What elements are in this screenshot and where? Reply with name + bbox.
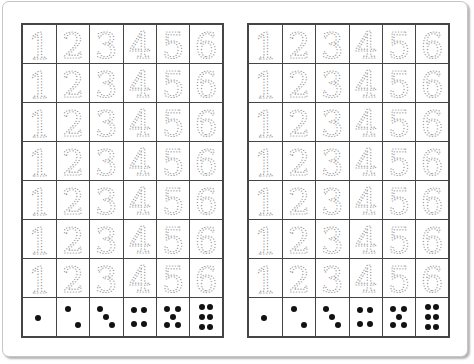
dotted-digit-2: 2 (283, 25, 315, 63)
trace-cell-1: 1 (249, 64, 282, 102)
trace-row: 123456 (249, 180, 448, 219)
svg-text:1: 1 (28, 26, 51, 64)
trace-row: 123456 (23, 25, 222, 63)
svg-text:3: 3 (321, 259, 343, 297)
dotted-digit-5: 5 (157, 142, 189, 180)
svg-text:2: 2 (288, 142, 310, 180)
trace-cell-4: 4 (123, 259, 156, 297)
trace-cell-3: 3 (315, 64, 348, 102)
trace-cell-5: 5 (156, 220, 189, 258)
svg-text:1: 1 (254, 260, 277, 298)
trace-cell-1: 1 (23, 142, 56, 180)
dotted-digit-3: 3 (90, 103, 122, 141)
trace-cell-5: 5 (382, 103, 415, 141)
trace-cell-5: 5 (156, 25, 189, 63)
svg-text:3: 3 (95, 220, 117, 258)
svg-text:4: 4 (354, 220, 376, 258)
svg-text:4: 4 (354, 103, 376, 141)
trace-cell-6: 6 (415, 259, 448, 297)
svg-text:4: 4 (128, 259, 150, 297)
svg-text:3: 3 (95, 142, 117, 180)
trace-cell-5: 5 (382, 181, 415, 219)
svg-text:5: 5 (388, 220, 410, 258)
dice-cell-3 (89, 298, 122, 336)
trace-cell-5: 5 (382, 220, 415, 258)
die-dot (357, 321, 363, 327)
die-dot (97, 306, 103, 312)
trace-cell-1: 1 (249, 220, 282, 258)
trace-cell-5: 5 (382, 142, 415, 180)
trace-cell-1: 1 (23, 181, 56, 219)
svg-text:4: 4 (128, 64, 150, 102)
trace-row: 123456 (23, 219, 222, 258)
dotted-digit-1: 1 (23, 259, 56, 297)
dotted-digit-4: 4 (124, 259, 156, 297)
die-dot (433, 304, 439, 310)
trace-cell-2: 2 (282, 103, 315, 141)
trace-cell-4: 4 (349, 103, 382, 141)
trace-row: 123456 (249, 102, 448, 141)
die-dot (75, 322, 81, 328)
svg-text:2: 2 (62, 259, 84, 297)
trace-cell-4: 4 (349, 25, 382, 63)
dotted-digit-2: 2 (283, 64, 315, 102)
svg-text:4: 4 (354, 142, 376, 180)
svg-text:2: 2 (62, 142, 84, 180)
svg-text:6: 6 (195, 220, 217, 258)
trace-cell-4: 4 (349, 220, 382, 258)
svg-text:5: 5 (162, 25, 184, 63)
dotted-digit-3: 3 (90, 220, 122, 258)
trace-row: 123456 (23, 141, 222, 180)
svg-text:2: 2 (288, 103, 310, 141)
trace-cell-4: 4 (123, 64, 156, 102)
dotted-digit-4: 4 (124, 64, 156, 102)
dotted-digit-1: 1 (249, 25, 282, 63)
svg-text:2: 2 (62, 64, 84, 102)
trace-cell-3: 3 (315, 142, 348, 180)
number-grid-panel-right: 1234561234561234561234561234561234561234… (247, 23, 450, 338)
trace-cell-1: 1 (23, 220, 56, 258)
trace-cell-2: 2 (56, 181, 89, 219)
trace-cell-6: 6 (189, 64, 222, 102)
die-dot (401, 306, 407, 312)
svg-text:3: 3 (321, 103, 343, 141)
worksheet-page: 1234561234561234561234561234561234561234… (2, 1, 468, 357)
dice-cell-5 (382, 298, 415, 336)
die-dot (207, 304, 213, 310)
die-dot (357, 307, 363, 313)
trace-cell-2: 2 (282, 259, 315, 297)
die-dot (401, 322, 407, 328)
trace-cell-6: 6 (189, 103, 222, 141)
dotted-digit-4: 4 (124, 220, 156, 258)
svg-text:4: 4 (128, 103, 150, 141)
trace-cell-1: 1 (249, 181, 282, 219)
die-dot (65, 306, 71, 312)
svg-text:6: 6 (421, 220, 443, 258)
trace-cell-1: 1 (249, 142, 282, 180)
svg-text:6: 6 (195, 64, 217, 102)
trace-cell-3: 3 (315, 103, 348, 141)
dotted-digit-1: 1 (23, 64, 56, 102)
dotted-digit-1: 1 (249, 103, 282, 141)
dotted-digit-3: 3 (90, 142, 122, 180)
dotted-digit-5: 5 (157, 220, 189, 258)
trace-cell-3: 3 (315, 259, 348, 297)
trace-cell-1: 1 (23, 25, 56, 63)
dotted-digit-4: 4 (350, 64, 382, 102)
dotted-digit-6: 6 (190, 181, 222, 219)
dotted-digit-3: 3 (316, 25, 348, 63)
dotted-digit-6: 6 (190, 220, 222, 258)
svg-text:5: 5 (162, 64, 184, 102)
trace-cell-2: 2 (282, 220, 315, 258)
svg-text:4: 4 (354, 25, 376, 63)
svg-text:2: 2 (288, 220, 310, 258)
dotted-digit-1: 1 (23, 103, 56, 141)
trace-row: 123456 (249, 258, 448, 297)
die-dot (199, 304, 205, 310)
die-dot (199, 324, 205, 330)
dotted-digit-6: 6 (416, 142, 448, 180)
svg-text:1: 1 (254, 65, 277, 103)
dotted-digit-3: 3 (316, 220, 348, 258)
svg-text:6: 6 (421, 142, 443, 180)
dotted-digit-3: 3 (316, 64, 348, 102)
dotted-digit-5: 5 (383, 103, 415, 141)
trace-row: 123456 (249, 141, 448, 180)
dotted-digit-3: 3 (316, 103, 348, 141)
die-dot (433, 324, 439, 330)
svg-text:5: 5 (388, 142, 410, 180)
dice-row (23, 297, 222, 336)
trace-cell-3: 3 (315, 181, 348, 219)
dotted-digit-5: 5 (157, 25, 189, 63)
trace-cell-5: 5 (156, 142, 189, 180)
dotted-digit-1: 1 (23, 181, 56, 219)
svg-text:6: 6 (195, 25, 217, 63)
dotted-digit-2: 2 (283, 259, 315, 297)
trace-cell-1: 1 (23, 259, 56, 297)
dotted-digit-1: 1 (23, 142, 56, 180)
svg-text:2: 2 (288, 181, 310, 219)
svg-text:2: 2 (288, 25, 310, 63)
trace-cell-6: 6 (189, 181, 222, 219)
svg-text:1: 1 (254, 221, 277, 259)
die-dot (396, 314, 402, 320)
trace-cell-2: 2 (56, 259, 89, 297)
dotted-digit-4: 4 (124, 181, 156, 219)
die-dot (141, 321, 147, 327)
dotted-digit-3: 3 (90, 181, 122, 219)
dotted-digit-1: 1 (249, 181, 282, 219)
svg-text:5: 5 (388, 64, 410, 102)
svg-text:6: 6 (195, 103, 217, 141)
trace-cell-5: 5 (382, 64, 415, 102)
die-dot (131, 321, 137, 327)
die-dot (207, 314, 213, 320)
dotted-digit-5: 5 (383, 220, 415, 258)
trace-row: 123456 (249, 63, 448, 102)
dotted-digit-4: 4 (350, 220, 382, 258)
svg-text:5: 5 (162, 259, 184, 297)
dice-cell-1 (249, 298, 282, 336)
trace-cell-6: 6 (415, 103, 448, 141)
trace-cell-2: 2 (282, 181, 315, 219)
trace-cell-3: 3 (89, 181, 122, 219)
trace-cell-2: 2 (56, 103, 89, 141)
svg-text:6: 6 (421, 64, 443, 102)
svg-text:2: 2 (62, 220, 84, 258)
trace-cell-4: 4 (123, 25, 156, 63)
svg-text:1: 1 (254, 182, 277, 220)
svg-text:2: 2 (62, 103, 84, 141)
dotted-digit-6: 6 (190, 142, 222, 180)
dotted-digit-5: 5 (383, 142, 415, 180)
dotted-digit-5: 5 (157, 64, 189, 102)
die-dot (433, 314, 439, 320)
dotted-digit-5: 5 (383, 64, 415, 102)
dotted-digit-3: 3 (316, 142, 348, 180)
dotted-digit-6: 6 (416, 103, 448, 141)
svg-text:5: 5 (388, 259, 410, 297)
trace-cell-6: 6 (189, 259, 222, 297)
dotted-digit-1: 1 (249, 64, 282, 102)
die-dot (329, 314, 335, 320)
svg-text:1: 1 (28, 143, 51, 181)
svg-text:5: 5 (162, 103, 184, 141)
dotted-digit-1: 1 (249, 259, 282, 297)
die-dot (390, 322, 396, 328)
svg-text:4: 4 (128, 142, 150, 180)
svg-text:4: 4 (354, 64, 376, 102)
trace-row: 123456 (23, 102, 222, 141)
dotted-digit-5: 5 (157, 181, 189, 219)
die-dot (131, 307, 137, 313)
dotted-digit-6: 6 (416, 181, 448, 219)
svg-text:3: 3 (321, 25, 343, 63)
trace-cell-6: 6 (415, 25, 448, 63)
dice-cell-3 (315, 298, 348, 336)
dotted-digit-6: 6 (190, 103, 222, 141)
trace-cell-5: 5 (382, 259, 415, 297)
svg-text:5: 5 (162, 142, 184, 180)
svg-text:6: 6 (421, 181, 443, 219)
dotted-digit-2: 2 (57, 64, 89, 102)
trace-cell-4: 4 (123, 142, 156, 180)
die-dot (425, 304, 431, 310)
trace-cell-3: 3 (89, 259, 122, 297)
trace-cell-6: 6 (189, 220, 222, 258)
dotted-digit-1: 1 (249, 142, 282, 180)
trace-cell-2: 2 (56, 142, 89, 180)
trace-cell-5: 5 (382, 25, 415, 63)
trace-cell-5: 5 (156, 181, 189, 219)
trace-cell-2: 2 (282, 142, 315, 180)
dotted-digit-3: 3 (90, 25, 122, 63)
dotted-digit-5: 5 (157, 103, 189, 141)
svg-text:1: 1 (28, 182, 51, 220)
svg-text:6: 6 (195, 259, 217, 297)
dotted-digit-1: 1 (23, 220, 56, 258)
svg-text:1: 1 (254, 143, 277, 181)
trace-cell-4: 4 (349, 259, 382, 297)
svg-text:2: 2 (62, 25, 84, 63)
die-dot (207, 324, 213, 330)
dice-row (249, 297, 448, 336)
trace-cell-2: 2 (282, 25, 315, 63)
svg-text:5: 5 (162, 220, 184, 258)
dotted-digit-2: 2 (283, 142, 315, 180)
trace-cell-6: 6 (415, 220, 448, 258)
svg-text:5: 5 (162, 181, 184, 219)
dotted-digit-3: 3 (90, 259, 122, 297)
dotted-digit-2: 2 (57, 259, 89, 297)
svg-text:3: 3 (321, 64, 343, 102)
svg-text:3: 3 (95, 181, 117, 219)
trace-cell-2: 2 (56, 25, 89, 63)
dotted-digit-6: 6 (190, 64, 222, 102)
trace-cell-2: 2 (56, 220, 89, 258)
die-dot (425, 324, 431, 330)
svg-text:1: 1 (254, 104, 277, 142)
svg-text:3: 3 (95, 64, 117, 102)
dotted-digit-4: 4 (350, 181, 382, 219)
dotted-digit-3: 3 (316, 259, 348, 297)
trace-cell-4: 4 (349, 181, 382, 219)
trace-cell-2: 2 (282, 64, 315, 102)
trace-cell-3: 3 (89, 25, 122, 63)
trace-cell-3: 3 (89, 103, 122, 141)
trace-cell-4: 4 (349, 142, 382, 180)
svg-text:4: 4 (128, 220, 150, 258)
svg-text:6: 6 (195, 142, 217, 180)
trace-row: 123456 (23, 258, 222, 297)
dotted-digit-2: 2 (57, 25, 89, 63)
svg-text:6: 6 (421, 259, 443, 297)
die-dot (291, 306, 297, 312)
dotted-digit-5: 5 (383, 25, 415, 63)
trace-cell-4: 4 (123, 103, 156, 141)
svg-text:3: 3 (321, 142, 343, 180)
trace-cell-5: 5 (156, 64, 189, 102)
svg-text:1: 1 (28, 104, 51, 142)
svg-text:4: 4 (354, 181, 376, 219)
dotted-digit-6: 6 (416, 220, 448, 258)
svg-text:5: 5 (388, 181, 410, 219)
svg-text:1: 1 (28, 221, 51, 259)
dotted-digit-3: 3 (90, 64, 122, 102)
dotted-digit-6: 6 (190, 25, 222, 63)
trace-row: 123456 (23, 63, 222, 102)
svg-text:2: 2 (288, 64, 310, 102)
die-dot (425, 314, 431, 320)
trace-cell-5: 5 (156, 103, 189, 141)
dotted-digit-2: 2 (57, 103, 89, 141)
trace-cell-4: 4 (349, 64, 382, 102)
dotted-digit-4: 4 (350, 142, 382, 180)
svg-text:4: 4 (354, 259, 376, 297)
trace-cell-6: 6 (415, 181, 448, 219)
die-dot (170, 314, 176, 320)
number-grid-panel-left: 1234561234561234561234561234561234561234… (21, 23, 224, 338)
dotted-digit-2: 2 (283, 103, 315, 141)
die-dot (367, 321, 373, 327)
svg-text:3: 3 (321, 181, 343, 219)
dice-cell-6 (415, 298, 448, 336)
die-dot (175, 306, 181, 312)
die-dot (164, 306, 170, 312)
svg-text:3: 3 (95, 25, 117, 63)
svg-text:6: 6 (421, 25, 443, 63)
dotted-digit-2: 2 (283, 181, 315, 219)
dotted-digit-1: 1 (23, 25, 56, 63)
die-dot (141, 307, 147, 313)
dotted-digit-6: 6 (416, 64, 448, 102)
dotted-digit-2: 2 (57, 181, 89, 219)
die-dot (323, 306, 329, 312)
die-dot (199, 314, 205, 320)
trace-cell-6: 6 (189, 142, 222, 180)
die-dot (175, 322, 181, 328)
die-dot (390, 306, 396, 312)
trace-cell-6: 6 (189, 25, 222, 63)
dotted-digit-6: 6 (416, 259, 448, 297)
svg-text:2: 2 (62, 181, 84, 219)
dotted-digit-2: 2 (57, 220, 89, 258)
trace-cell-3: 3 (89, 64, 122, 102)
trace-cell-1: 1 (249, 25, 282, 63)
dotted-digit-6: 6 (190, 259, 222, 297)
svg-text:3: 3 (95, 103, 117, 141)
die-dot (367, 307, 373, 313)
trace-cell-4: 4 (123, 220, 156, 258)
dotted-digit-3: 3 (316, 181, 348, 219)
die-dot (35, 315, 41, 321)
trace-cell-1: 1 (23, 103, 56, 141)
dice-cell-4 (349, 298, 382, 336)
dotted-digit-4: 4 (350, 259, 382, 297)
trace-cell-3: 3 (89, 220, 122, 258)
svg-text:1: 1 (28, 260, 51, 298)
dice-cell-4 (123, 298, 156, 336)
dice-cell-5 (156, 298, 189, 336)
die-dot (109, 322, 115, 328)
dotted-digit-4: 4 (124, 103, 156, 141)
dotted-digit-4: 4 (124, 142, 156, 180)
dice-cell-2 (282, 298, 315, 336)
trace-cell-6: 6 (415, 142, 448, 180)
die-dot (103, 314, 109, 320)
trace-cell-1: 1 (249, 103, 282, 141)
dotted-digit-6: 6 (416, 25, 448, 63)
trace-cell-6: 6 (415, 64, 448, 102)
dotted-digit-4: 4 (350, 103, 382, 141)
trace-row: 123456 (23, 180, 222, 219)
die-dot (261, 315, 267, 321)
dotted-digit-5: 5 (383, 181, 415, 219)
dotted-digit-4: 4 (124, 25, 156, 63)
dotted-digit-2: 2 (57, 142, 89, 180)
svg-text:2: 2 (288, 259, 310, 297)
dice-cell-1 (23, 298, 56, 336)
dotted-digit-5: 5 (383, 259, 415, 297)
svg-text:3: 3 (95, 259, 117, 297)
dotted-digit-5: 5 (157, 259, 189, 297)
trace-cell-1: 1 (249, 259, 282, 297)
die-dot (164, 322, 170, 328)
